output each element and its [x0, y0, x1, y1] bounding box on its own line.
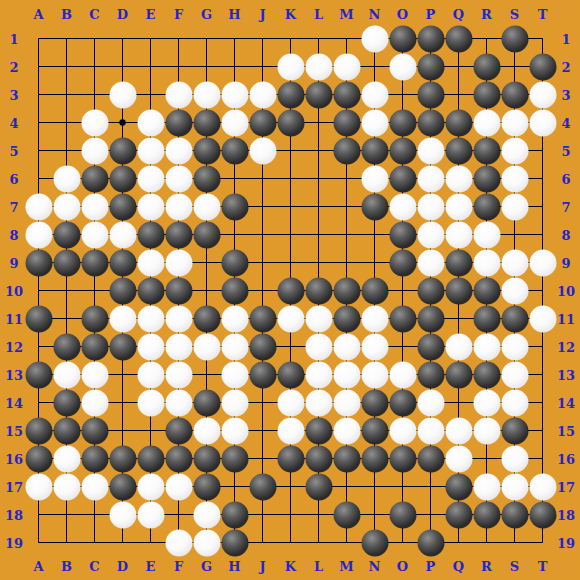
black-stone-A9: [25, 249, 52, 276]
black-stone-M4: [333, 109, 360, 136]
white-stone-S14: [501, 389, 528, 416]
black-stone-S18: [501, 501, 528, 528]
white-stone-R17: [473, 473, 500, 500]
white-stone-T17: [529, 473, 556, 500]
column-label-bottom: M: [339, 559, 353, 574]
black-stone-C12: [81, 333, 108, 360]
column-label-bottom: O: [397, 559, 408, 574]
row-label-right: 13: [557, 367, 575, 382]
white-stone-Q15: [445, 417, 472, 444]
white-stone-E4: [137, 109, 164, 136]
black-stone-B9: [53, 249, 80, 276]
black-stone-Q5: [445, 137, 472, 164]
column-label-top: O: [397, 7, 408, 22]
white-stone-E5: [137, 137, 164, 164]
white-stone-Q8: [445, 221, 472, 248]
row-label-right: 12: [557, 339, 575, 354]
black-stone-R10: [473, 277, 500, 304]
black-stone-K3: [277, 81, 304, 108]
white-stone-K14: [277, 389, 304, 416]
white-stone-S4: [501, 109, 528, 136]
white-stone-H4: [221, 109, 248, 136]
black-stone-H16: [221, 445, 248, 472]
row-label-left: 2: [9, 59, 18, 74]
column-label-bottom: H: [228, 559, 240, 574]
black-stone-R13: [473, 361, 500, 388]
black-stone-A15: [25, 417, 52, 444]
white-stone-O7: [389, 193, 416, 220]
white-stone-A17: [25, 473, 52, 500]
black-stone-R11: [473, 305, 500, 332]
black-stone-K13: [277, 361, 304, 388]
black-stone-O16: [389, 445, 416, 472]
row-label-right: 9: [561, 255, 570, 270]
black-stone-R6: [473, 165, 500, 192]
black-stone-O11: [389, 305, 416, 332]
row-label-left: 11: [5, 311, 23, 326]
black-stone-L17: [305, 473, 332, 500]
black-stone-H10: [221, 277, 248, 304]
white-stone-E12: [137, 333, 164, 360]
row-label-left: 6: [9, 171, 18, 186]
black-stone-G8: [193, 221, 220, 248]
row-label-right: 11: [557, 311, 575, 326]
white-stone-G18: [193, 501, 220, 528]
black-stone-M16: [333, 445, 360, 472]
row-label-left: 15: [5, 423, 23, 438]
white-stone-B16: [53, 445, 80, 472]
black-stone-A13: [25, 361, 52, 388]
white-stone-F9: [165, 249, 192, 276]
black-stone-N7: [361, 193, 388, 220]
column-label-top: S: [510, 7, 519, 22]
black-stone-O1: [389, 25, 416, 52]
black-stone-Q4: [445, 109, 472, 136]
black-stone-C6: [81, 165, 108, 192]
row-label-right: 17: [557, 479, 575, 494]
black-stone-S1: [501, 25, 528, 52]
black-stone-D12: [109, 333, 136, 360]
black-stone-D10: [109, 277, 136, 304]
black-stone-L10: [305, 277, 332, 304]
black-stone-O9: [389, 249, 416, 276]
white-stone-L13: [305, 361, 332, 388]
black-stone-E8: [137, 221, 164, 248]
black-stone-B15: [53, 417, 80, 444]
white-stone-M13: [333, 361, 360, 388]
column-label-bottom: C: [89, 559, 99, 574]
white-stone-O2: [389, 53, 416, 80]
row-label-right: 4: [561, 115, 570, 130]
column-label-bottom: P: [426, 559, 436, 574]
white-stone-L2: [305, 53, 332, 80]
black-stone-F10: [165, 277, 192, 304]
black-stone-T2: [529, 53, 556, 80]
white-stone-H13: [221, 361, 248, 388]
white-stone-F19: [165, 529, 192, 556]
black-stone-R18: [473, 501, 500, 528]
black-stone-M11: [333, 305, 360, 332]
row-label-left: 12: [5, 339, 23, 354]
column-label-bottom: Q: [453, 559, 464, 574]
white-stone-C5: [81, 137, 108, 164]
white-stone-B17: [53, 473, 80, 500]
row-label-right: 10: [557, 283, 575, 298]
row-label-right: 1: [561, 31, 570, 46]
black-stone-G5: [193, 137, 220, 164]
white-stone-E9: [137, 249, 164, 276]
white-stone-L12: [305, 333, 332, 360]
white-stone-T11: [529, 305, 556, 332]
row-label-left: 7: [9, 199, 18, 214]
column-label-bottom: A: [33, 559, 43, 574]
black-stone-L3: [305, 81, 332, 108]
black-stone-H5: [221, 137, 248, 164]
column-label-top: F: [174, 7, 183, 22]
white-stone-M15: [333, 417, 360, 444]
black-stone-N14: [361, 389, 388, 416]
row-label-right: 14: [557, 395, 575, 410]
black-stone-H7: [221, 193, 248, 220]
black-stone-P3: [417, 81, 444, 108]
black-stone-G4: [193, 109, 220, 136]
white-stone-E7: [137, 193, 164, 220]
white-stone-D11: [109, 305, 136, 332]
white-stone-Q12: [445, 333, 472, 360]
white-stone-E14: [137, 389, 164, 416]
white-stone-C7: [81, 193, 108, 220]
white-stone-T4: [529, 109, 556, 136]
black-stone-L15: [305, 417, 332, 444]
black-stone-M18: [333, 501, 360, 528]
column-label-top: N: [369, 7, 381, 22]
row-label-left: 14: [5, 395, 23, 410]
column-label-bottom: G: [201, 559, 212, 574]
white-stone-F5: [165, 137, 192, 164]
black-stone-R2: [473, 53, 500, 80]
black-stone-Q17: [445, 473, 472, 500]
black-stone-O14: [389, 389, 416, 416]
white-stone-S7: [501, 193, 528, 220]
column-label-bottom: J: [259, 559, 265, 574]
white-stone-F17: [165, 473, 192, 500]
black-stone-Q13: [445, 361, 472, 388]
black-stone-F15: [165, 417, 192, 444]
black-stone-G11: [193, 305, 220, 332]
column-label-top: D: [117, 7, 128, 22]
black-stone-P12: [417, 333, 444, 360]
black-stone-F4: [165, 109, 192, 136]
white-stone-L14: [305, 389, 332, 416]
black-stone-J11: [249, 305, 276, 332]
white-stone-N13: [361, 361, 388, 388]
white-stone-Q7: [445, 193, 472, 220]
white-stone-K15: [277, 417, 304, 444]
row-label-right: 18: [557, 507, 575, 522]
white-stone-T9: [529, 249, 556, 276]
column-label-top: T: [538, 7, 548, 22]
black-stone-S15: [501, 417, 528, 444]
black-stone-D16: [109, 445, 136, 472]
white-stone-G15: [193, 417, 220, 444]
black-stone-G14: [193, 389, 220, 416]
white-stone-C8: [81, 221, 108, 248]
white-stone-D3: [109, 81, 136, 108]
white-stone-A8: [25, 221, 52, 248]
white-stone-C13: [81, 361, 108, 388]
column-label-top: G: [201, 7, 212, 22]
white-stone-Q6: [445, 165, 472, 192]
black-stone-P11: [417, 305, 444, 332]
black-stone-H18: [221, 501, 248, 528]
black-stone-P19: [417, 529, 444, 556]
column-label-top: C: [89, 7, 99, 22]
black-stone-G6: [193, 165, 220, 192]
white-stone-S10: [501, 277, 528, 304]
white-stone-F11: [165, 305, 192, 332]
black-stone-O5: [389, 137, 416, 164]
black-stone-G16: [193, 445, 220, 472]
white-stone-S13: [501, 361, 528, 388]
row-label-right: 15: [557, 423, 575, 438]
white-stone-F3: [165, 81, 192, 108]
white-stone-N3: [361, 81, 388, 108]
column-label-top: A: [33, 7, 43, 22]
white-stone-L11: [305, 305, 332, 332]
black-stone-P10: [417, 277, 444, 304]
white-stone-D18: [109, 501, 136, 528]
white-stone-P9: [417, 249, 444, 276]
white-stone-S5: [501, 137, 528, 164]
black-stone-O6: [389, 165, 416, 192]
white-stone-S6: [501, 165, 528, 192]
white-stone-R9: [473, 249, 500, 276]
black-stone-D5: [109, 137, 136, 164]
black-stone-M5: [333, 137, 360, 164]
black-stone-J4: [249, 109, 276, 136]
column-label-bottom: F: [174, 559, 183, 574]
black-stone-N15: [361, 417, 388, 444]
white-stone-P6: [417, 165, 444, 192]
white-stone-J3: [249, 81, 276, 108]
white-stone-F6: [165, 165, 192, 192]
white-stone-N12: [361, 333, 388, 360]
white-stone-C4: [81, 109, 108, 136]
black-stone-P4: [417, 109, 444, 136]
black-stone-P1: [417, 25, 444, 52]
row-label-left: 16: [5, 451, 23, 466]
white-stone-N4: [361, 109, 388, 136]
black-stone-N16: [361, 445, 388, 472]
white-stone-P14: [417, 389, 444, 416]
column-label-bottom: D: [117, 559, 128, 574]
white-stone-C17: [81, 473, 108, 500]
black-stone-D7: [109, 193, 136, 220]
white-stone-M2: [333, 53, 360, 80]
white-stone-P7: [417, 193, 444, 220]
white-stone-G3: [193, 81, 220, 108]
black-stone-M3: [333, 81, 360, 108]
white-stone-J5: [249, 137, 276, 164]
column-label-top: M: [339, 7, 353, 22]
column-label-top: K: [285, 7, 296, 22]
white-stone-Q16: [445, 445, 472, 472]
white-stone-P15: [417, 417, 444, 444]
white-stone-F7: [165, 193, 192, 220]
black-stone-N19: [361, 529, 388, 556]
white-stone-O15: [389, 417, 416, 444]
white-stone-M14: [333, 389, 360, 416]
column-label-top: P: [426, 7, 436, 22]
row-label-left: 4: [9, 115, 18, 130]
black-stone-H19: [221, 529, 248, 556]
black-stone-C15: [81, 417, 108, 444]
white-stone-G19: [193, 529, 220, 556]
row-label-right: 16: [557, 451, 575, 466]
white-stone-S12: [501, 333, 528, 360]
white-stone-O13: [389, 361, 416, 388]
white-stone-A7: [25, 193, 52, 220]
row-label-left: 1: [9, 31, 18, 46]
column-label-bottom: R: [481, 559, 492, 574]
black-stone-Q10: [445, 277, 472, 304]
row-label-right: 6: [561, 171, 570, 186]
black-stone-K16: [277, 445, 304, 472]
black-stone-C16: [81, 445, 108, 472]
white-stone-H15: [221, 417, 248, 444]
black-stone-S11: [501, 305, 528, 332]
white-stone-R14: [473, 389, 500, 416]
row-label-left: 9: [9, 255, 18, 270]
black-stone-K4: [277, 109, 304, 136]
black-stone-O18: [389, 501, 416, 528]
row-label-left: 19: [5, 535, 23, 550]
black-stone-D6: [109, 165, 136, 192]
white-stone-E18: [137, 501, 164, 528]
white-stone-E13: [137, 361, 164, 388]
row-label-left: 8: [9, 227, 18, 242]
white-stone-E11: [137, 305, 164, 332]
row-label-right: 2: [561, 59, 570, 74]
white-stone-P5: [417, 137, 444, 164]
goban[interactable]: AABBCCDDEEFFGGHHJJKKLLMMNNOOPPQQRRSSTT11…: [0, 0, 580, 580]
column-label-bottom: S: [510, 559, 519, 574]
white-stone-D8: [109, 221, 136, 248]
black-stone-B12: [53, 333, 80, 360]
black-stone-R7: [473, 193, 500, 220]
black-stone-G17: [193, 473, 220, 500]
black-stone-O8: [389, 221, 416, 248]
row-label-left: 5: [9, 143, 18, 158]
black-stone-Q1: [445, 25, 472, 52]
white-stone-R8: [473, 221, 500, 248]
black-stone-H9: [221, 249, 248, 276]
white-stone-T3: [529, 81, 556, 108]
row-label-right: 19: [557, 535, 575, 550]
black-stone-R3: [473, 81, 500, 108]
white-stone-S17: [501, 473, 528, 500]
column-label-bottom: K: [285, 559, 296, 574]
white-stone-F12: [165, 333, 192, 360]
row-label-left: 3: [9, 87, 18, 102]
star-point: [119, 119, 125, 125]
white-stone-B7: [53, 193, 80, 220]
white-stone-K2: [277, 53, 304, 80]
row-label-right: 3: [561, 87, 570, 102]
white-stone-F13: [165, 361, 192, 388]
row-label-left: 17: [5, 479, 23, 494]
column-label-top: Q: [453, 7, 464, 22]
black-stone-Q9: [445, 249, 472, 276]
black-stone-P2: [417, 53, 444, 80]
column-label-bottom: B: [61, 559, 72, 574]
black-stone-F8: [165, 221, 192, 248]
black-stone-S3: [501, 81, 528, 108]
column-label-top: B: [61, 7, 72, 22]
black-stone-Q18: [445, 501, 472, 528]
column-label-top: R: [481, 7, 492, 22]
black-stone-F16: [165, 445, 192, 472]
black-stone-C9: [81, 249, 108, 276]
black-stone-T18: [529, 501, 556, 528]
black-stone-L16: [305, 445, 332, 472]
white-stone-N11: [361, 305, 388, 332]
column-label-top: H: [228, 7, 240, 22]
row-label-left: 18: [5, 507, 23, 522]
white-stone-P8: [417, 221, 444, 248]
column-label-bottom: E: [146, 559, 156, 574]
black-stone-E16: [137, 445, 164, 472]
column-label-top: L: [314, 7, 323, 22]
row-label-left: 10: [5, 283, 23, 298]
row-label-right: 7: [561, 199, 570, 214]
white-stone-K11: [277, 305, 304, 332]
black-stone-M10: [333, 277, 360, 304]
black-stone-J13: [249, 361, 276, 388]
row-label-right: 8: [561, 227, 570, 242]
row-label-right: 5: [561, 143, 570, 158]
column-label-top: J: [259, 7, 265, 22]
black-stone-B14: [53, 389, 80, 416]
black-stone-R5: [473, 137, 500, 164]
white-stone-H14: [221, 389, 248, 416]
white-stone-M12: [333, 333, 360, 360]
row-label-left: 13: [5, 367, 23, 382]
white-stone-E17: [137, 473, 164, 500]
white-stone-E6: [137, 165, 164, 192]
white-stone-H11: [221, 305, 248, 332]
white-stone-N1: [361, 25, 388, 52]
black-stone-C11: [81, 305, 108, 332]
black-stone-J17: [249, 473, 276, 500]
black-stone-P13: [417, 361, 444, 388]
white-stone-H12: [221, 333, 248, 360]
column-label-top: E: [146, 7, 156, 22]
black-stone-B8: [53, 221, 80, 248]
white-stone-N6: [361, 165, 388, 192]
white-stone-F14: [165, 389, 192, 416]
white-stone-C14: [81, 389, 108, 416]
white-stone-R12: [473, 333, 500, 360]
white-stone-S16: [501, 445, 528, 472]
white-stone-H3: [221, 81, 248, 108]
black-stone-O4: [389, 109, 416, 136]
black-stone-N10: [361, 277, 388, 304]
black-stone-D17: [109, 473, 136, 500]
black-stone-K10: [277, 277, 304, 304]
white-stone-B6: [53, 165, 80, 192]
white-stone-S9: [501, 249, 528, 276]
